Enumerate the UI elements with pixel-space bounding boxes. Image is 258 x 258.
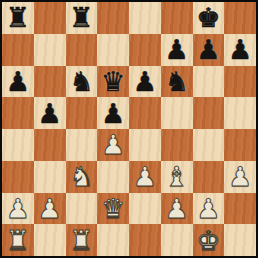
- white-king-piece[interactable]: ♚: [196, 225, 220, 256]
- square-f4[interactable]: [161, 129, 193, 161]
- white-rook-piece[interactable]: ♜: [6, 225, 30, 256]
- square-e6[interactable]: ♟: [129, 66, 161, 98]
- black-king-piece[interactable]: ♚: [196, 2, 220, 33]
- square-g3[interactable]: [193, 161, 225, 193]
- square-g2[interactable]: ♟: [193, 193, 225, 225]
- square-g4[interactable]: [193, 129, 225, 161]
- black-knight-piece[interactable]: ♞: [165, 66, 189, 97]
- square-e2[interactable]: [129, 193, 161, 225]
- white-pawn-piece[interactable]: ♟: [38, 193, 62, 224]
- square-f1[interactable]: [161, 224, 193, 256]
- square-f7[interactable]: ♟: [161, 34, 193, 66]
- square-h3[interactable]: ♟: [224, 161, 256, 193]
- black-pawn-piece[interactable]: ♟: [228, 34, 252, 65]
- square-a6[interactable]: ♟: [2, 66, 34, 98]
- square-b3[interactable]: [34, 161, 66, 193]
- square-e8[interactable]: [129, 2, 161, 34]
- square-h1[interactable]: [224, 224, 256, 256]
- square-g1[interactable]: ♚: [193, 224, 225, 256]
- square-c7[interactable]: [66, 34, 98, 66]
- square-b7[interactable]: [34, 34, 66, 66]
- square-e5[interactable]: [129, 97, 161, 129]
- square-b4[interactable]: [34, 129, 66, 161]
- square-f2[interactable]: ♟: [161, 193, 193, 225]
- white-pawn-piece[interactable]: ♟: [165, 193, 189, 224]
- white-pawn-piece[interactable]: ♟: [133, 161, 157, 192]
- square-g6[interactable]: [193, 66, 225, 98]
- square-g5[interactable]: [193, 97, 225, 129]
- square-d3[interactable]: [97, 161, 129, 193]
- square-c6[interactable]: ♞: [66, 66, 98, 98]
- square-a7[interactable]: [2, 34, 34, 66]
- square-b6[interactable]: [34, 66, 66, 98]
- square-e4[interactable]: [129, 129, 161, 161]
- white-pawn-piece[interactable]: ♟: [101, 129, 125, 160]
- square-c3[interactable]: ♞: [66, 161, 98, 193]
- square-a4[interactable]: [2, 129, 34, 161]
- square-b1[interactable]: [34, 224, 66, 256]
- square-d1[interactable]: [97, 224, 129, 256]
- square-d2[interactable]: ♛: [97, 193, 129, 225]
- white-pawn-piece[interactable]: ♟: [6, 193, 30, 224]
- chess-board: ♜♜♚♟♟♟♟♞♛♟♞♟♟♟♞♟♝♟♟♟♛♟♟♜♜♚: [0, 0, 258, 258]
- square-a1[interactable]: ♜: [2, 224, 34, 256]
- black-pawn-piece[interactable]: ♟: [133, 66, 157, 97]
- square-g8[interactable]: ♚: [193, 2, 225, 34]
- square-e3[interactable]: ♟: [129, 161, 161, 193]
- black-rook-piece[interactable]: ♜: [69, 2, 93, 33]
- white-pawn-piece[interactable]: ♟: [228, 161, 252, 192]
- square-b2[interactable]: ♟: [34, 193, 66, 225]
- square-f8[interactable]: [161, 2, 193, 34]
- black-rook-piece[interactable]: ♜: [6, 2, 30, 33]
- square-c4[interactable]: [66, 129, 98, 161]
- square-h5[interactable]: [224, 97, 256, 129]
- square-c5[interactable]: [66, 97, 98, 129]
- white-pawn-piece[interactable]: ♟: [196, 193, 220, 224]
- square-b8[interactable]: [34, 2, 66, 34]
- white-queen-piece[interactable]: ♛: [101, 193, 125, 224]
- black-pawn-piece[interactable]: ♟: [38, 98, 62, 129]
- square-h2[interactable]: [224, 193, 256, 225]
- square-a8[interactable]: ♜: [2, 2, 34, 34]
- white-knight-piece[interactable]: ♞: [69, 161, 93, 192]
- black-pawn-piece[interactable]: ♟: [165, 34, 189, 65]
- black-pawn-piece[interactable]: ♟: [101, 98, 125, 129]
- black-knight-piece[interactable]: ♞: [69, 66, 93, 97]
- black-queen-piece[interactable]: ♛: [101, 66, 125, 97]
- square-d4[interactable]: ♟: [97, 129, 129, 161]
- square-c8[interactable]: ♜: [66, 2, 98, 34]
- square-d8[interactable]: [97, 2, 129, 34]
- square-a3[interactable]: [2, 161, 34, 193]
- square-b5[interactable]: ♟: [34, 97, 66, 129]
- square-h6[interactable]: [224, 66, 256, 98]
- square-d7[interactable]: [97, 34, 129, 66]
- square-f3[interactable]: ♝: [161, 161, 193, 193]
- square-d6[interactable]: ♛: [97, 66, 129, 98]
- white-bishop-piece[interactable]: ♝: [165, 161, 189, 192]
- square-g7[interactable]: ♟: [193, 34, 225, 66]
- square-f5[interactable]: [161, 97, 193, 129]
- square-a2[interactable]: ♟: [2, 193, 34, 225]
- black-pawn-piece[interactable]: ♟: [6, 66, 30, 97]
- black-pawn-piece[interactable]: ♟: [196, 34, 220, 65]
- square-f6[interactable]: ♞: [161, 66, 193, 98]
- square-c2[interactable]: [66, 193, 98, 225]
- square-h7[interactable]: ♟: [224, 34, 256, 66]
- square-h8[interactable]: [224, 2, 256, 34]
- square-h4[interactable]: [224, 129, 256, 161]
- square-e7[interactable]: [129, 34, 161, 66]
- square-d5[interactable]: ♟: [97, 97, 129, 129]
- square-a5[interactable]: [2, 97, 34, 129]
- square-e1[interactable]: [129, 224, 161, 256]
- square-c1[interactable]: ♜: [66, 224, 98, 256]
- white-rook-piece[interactable]: ♜: [69, 225, 93, 256]
